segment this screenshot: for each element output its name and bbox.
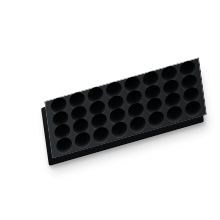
scene — [0, 0, 220, 220]
